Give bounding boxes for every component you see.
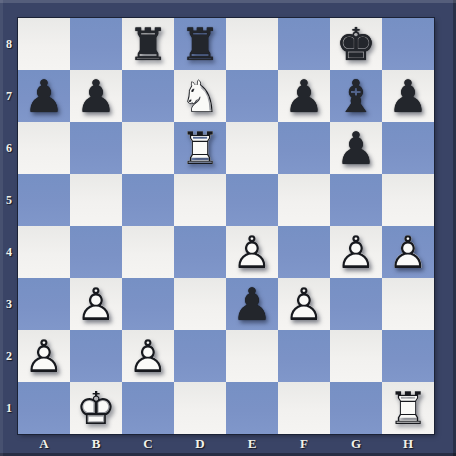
square-c4[interactable] <box>122 226 174 278</box>
white-rook-outline: ♖ <box>382 382 434 434</box>
file-label-e: E <box>226 434 278 453</box>
square-b2[interactable] <box>70 330 122 382</box>
rank-label-6: 6 <box>0 122 18 174</box>
black-bishop-glyph: ♝ <box>330 70 382 122</box>
black-pawn-glyph: ♟ <box>18 70 70 122</box>
piece-white-pawn[interactable]: ♟♙ <box>18 330 70 382</box>
file-labels: ABCDEFGH <box>18 434 434 453</box>
black-pawn-glyph: ♟ <box>382 70 434 122</box>
file-label-h: H <box>382 434 434 453</box>
piece-black-pawn[interactable]: ♟ <box>226 278 278 330</box>
square-f1[interactable] <box>278 382 330 434</box>
piece-black-pawn[interactable]: ♟ <box>18 70 70 122</box>
rank-label-8: 8 <box>0 18 18 70</box>
square-b7[interactable]: ♟ <box>70 70 122 122</box>
piece-black-king[interactable]: ♚ <box>330 18 382 70</box>
black-king-glyph: ♚ <box>330 18 382 70</box>
black-pawn-glyph: ♟ <box>226 278 278 330</box>
square-c1[interactable] <box>122 382 174 434</box>
black-rook-glyph: ♜ <box>122 18 174 70</box>
square-h1[interactable]: ♜♖ <box>382 382 434 434</box>
rank-label-5: 5 <box>0 174 18 226</box>
square-g6[interactable]: ♟ <box>330 122 382 174</box>
square-g1[interactable] <box>330 382 382 434</box>
piece-black-pawn[interactable]: ♟ <box>382 70 434 122</box>
chess-board: ♜♜♚♟♟♞♘♟♝♟♜♖♟♟♙♟♙♟♙♟♙♟♟♙♟♙♟♙♚♔♜♖ <box>18 18 434 434</box>
square-h7[interactable]: ♟ <box>382 70 434 122</box>
white-pawn-outline: ♙ <box>122 330 174 382</box>
piece-black-bishop[interactable]: ♝ <box>330 70 382 122</box>
square-d8[interactable]: ♜ <box>174 18 226 70</box>
square-d6[interactable]: ♜♖ <box>174 122 226 174</box>
square-c2[interactable]: ♟♙ <box>122 330 174 382</box>
square-f5[interactable] <box>278 174 330 226</box>
board-frame: 87654321 ♜♜♚♟♟♞♘♟♝♟♜♖♟♟♙♟♙♟♙♟♙♟♟♙♟♙♟♙♚♔♜… <box>0 0 456 456</box>
square-b6[interactable] <box>70 122 122 174</box>
piece-white-knight[interactable]: ♞♘ <box>174 70 226 122</box>
square-f7[interactable]: ♟ <box>278 70 330 122</box>
piece-white-pawn[interactable]: ♟♙ <box>70 278 122 330</box>
white-pawn-outline: ♙ <box>382 226 434 278</box>
square-e6[interactable] <box>226 122 278 174</box>
piece-white-pawn[interactable]: ♟♙ <box>330 226 382 278</box>
white-rook-outline: ♖ <box>174 122 226 174</box>
rank-labels: 87654321 <box>0 18 18 434</box>
rank-label-3: 3 <box>0 278 18 330</box>
file-label-a: A <box>18 434 70 453</box>
square-h8[interactable] <box>382 18 434 70</box>
square-g7[interactable]: ♝ <box>330 70 382 122</box>
square-g3[interactable] <box>330 278 382 330</box>
piece-white-pawn[interactable]: ♟♙ <box>278 278 330 330</box>
square-e8[interactable] <box>226 18 278 70</box>
piece-white-rook[interactable]: ♜♖ <box>382 382 434 434</box>
white-pawn-outline: ♙ <box>70 278 122 330</box>
file-label-d: D <box>174 434 226 453</box>
black-rook-glyph: ♜ <box>174 18 226 70</box>
white-knight-outline: ♘ <box>174 70 226 122</box>
file-label-c: C <box>122 434 174 453</box>
square-a1[interactable] <box>18 382 70 434</box>
square-c3[interactable] <box>122 278 174 330</box>
square-d4[interactable] <box>174 226 226 278</box>
white-pawn-outline: ♙ <box>18 330 70 382</box>
square-f6[interactable] <box>278 122 330 174</box>
piece-black-pawn[interactable]: ♟ <box>278 70 330 122</box>
square-c5[interactable] <box>122 174 174 226</box>
square-h2[interactable] <box>382 330 434 382</box>
black-pawn-glyph: ♟ <box>278 70 330 122</box>
square-e2[interactable] <box>226 330 278 382</box>
file-label-f: F <box>278 434 330 453</box>
square-e3[interactable]: ♟ <box>226 278 278 330</box>
square-f8[interactable] <box>278 18 330 70</box>
white-pawn-outline: ♙ <box>226 226 278 278</box>
square-e4[interactable]: ♟♙ <box>226 226 278 278</box>
piece-black-pawn[interactable]: ♟ <box>70 70 122 122</box>
square-d3[interactable] <box>174 278 226 330</box>
square-c8[interactable]: ♜ <box>122 18 174 70</box>
piece-white-rook[interactable]: ♜♖ <box>174 122 226 174</box>
square-d1[interactable] <box>174 382 226 434</box>
square-h6[interactable] <box>382 122 434 174</box>
piece-black-rook[interactable]: ♜ <box>174 18 226 70</box>
square-h5[interactable] <box>382 174 434 226</box>
file-label-g: G <box>330 434 382 453</box>
square-a3[interactable] <box>18 278 70 330</box>
square-d2[interactable] <box>174 330 226 382</box>
square-h3[interactable] <box>382 278 434 330</box>
square-b4[interactable] <box>70 226 122 278</box>
square-b8[interactable] <box>70 18 122 70</box>
square-h4[interactable]: ♟♙ <box>382 226 434 278</box>
rank-label-4: 4 <box>0 226 18 278</box>
white-king-outline: ♔ <box>70 382 122 434</box>
file-label-b: B <box>70 434 122 453</box>
piece-white-king[interactable]: ♚♔ <box>70 382 122 434</box>
piece-white-pawn[interactable]: ♟♙ <box>226 226 278 278</box>
square-a4[interactable] <box>18 226 70 278</box>
square-e7[interactable] <box>226 70 278 122</box>
piece-white-pawn[interactable]: ♟♙ <box>122 330 174 382</box>
square-g4[interactable]: ♟♙ <box>330 226 382 278</box>
square-c7[interactable] <box>122 70 174 122</box>
square-a5[interactable] <box>18 174 70 226</box>
square-g8[interactable]: ♚ <box>330 18 382 70</box>
square-e1[interactable] <box>226 382 278 434</box>
square-b3[interactable]: ♟♙ <box>70 278 122 330</box>
square-a2[interactable]: ♟♙ <box>18 330 70 382</box>
piece-black-pawn[interactable]: ♟ <box>330 122 382 174</box>
square-c6[interactable] <box>122 122 174 174</box>
square-f2[interactable] <box>278 330 330 382</box>
rank-label-1: 1 <box>0 382 18 434</box>
black-pawn-glyph: ♟ <box>70 70 122 122</box>
square-d5[interactable] <box>174 174 226 226</box>
square-a8[interactable] <box>18 18 70 70</box>
piece-white-pawn[interactable]: ♟♙ <box>382 226 434 278</box>
black-pawn-glyph: ♟ <box>330 122 382 174</box>
square-d7[interactable]: ♞♘ <box>174 70 226 122</box>
square-e5[interactable] <box>226 174 278 226</box>
square-b1[interactable]: ♚♔ <box>70 382 122 434</box>
rank-label-2: 2 <box>0 330 18 382</box>
rank-label-7: 7 <box>0 70 18 122</box>
square-g5[interactable] <box>330 174 382 226</box>
square-f4[interactable] <box>278 226 330 278</box>
square-a6[interactable] <box>18 122 70 174</box>
white-pawn-outline: ♙ <box>278 278 330 330</box>
square-a7[interactable]: ♟ <box>18 70 70 122</box>
square-b5[interactable] <box>70 174 122 226</box>
square-f3[interactable]: ♟♙ <box>278 278 330 330</box>
square-g2[interactable] <box>330 330 382 382</box>
white-pawn-outline: ♙ <box>330 226 382 278</box>
piece-black-rook[interactable]: ♜ <box>122 18 174 70</box>
